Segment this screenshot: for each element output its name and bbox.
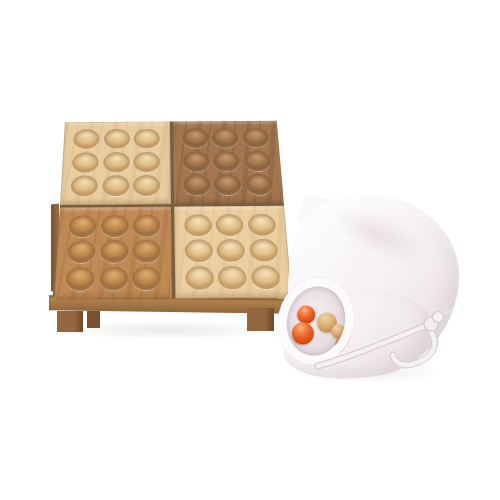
hole-bottom-left-r2c1[interactable] (67, 240, 96, 263)
hole-top-right-r3c1[interactable] (183, 175, 210, 196)
game-board (54, 121, 292, 300)
hole-bottom-left-r1c2[interactable] (101, 215, 129, 237)
hole-bottom-right-r1c2[interactable] (216, 214, 244, 236)
hole-top-left-r1c3[interactable] (134, 129, 160, 149)
hole-top-right-r1c3[interactable] (242, 128, 269, 148)
board-leg-back-left (87, 311, 100, 328)
hole-top-right-r2c1[interactable] (183, 151, 210, 171)
hole-top-right-r3c3[interactable] (245, 174, 273, 195)
hole-bottom-left-r1c1[interactable] (69, 215, 97, 237)
hole-bottom-left-r3c3[interactable] (132, 266, 160, 290)
hole-bottom-right-r1c3[interactable] (247, 213, 276, 235)
hole-bottom-left-r2c2[interactable] (100, 240, 128, 263)
hole-top-right-r2c3[interactable] (243, 151, 271, 171)
board-leg-front-right (247, 308, 274, 331)
product-photo-board-game (0, 0, 500, 500)
hole-top-left-r1c2[interactable] (104, 129, 130, 149)
hole-bottom-right-r2c3[interactable] (249, 239, 278, 262)
hole-top-left-r3c1[interactable] (71, 176, 99, 197)
hole-top-left-r1c1[interactable] (73, 129, 100, 149)
hole-top-right-r1c2[interactable] (212, 128, 239, 148)
hole-top-left-r2c1[interactable] (72, 152, 99, 172)
hole-bottom-right-r2c2[interactable] (217, 239, 246, 262)
hole-bottom-right-r3c1[interactable] (185, 266, 214, 290)
hole-top-right-r1c1[interactable] (182, 129, 208, 149)
quadrant-top-left[interactable] (60, 122, 170, 205)
hole-bottom-right-r1c1[interactable] (184, 214, 212, 236)
hole-bottom-left-r3c2[interactable] (99, 267, 128, 291)
hole-top-right-r3c2[interactable] (214, 175, 242, 196)
hole-top-left-r2c2[interactable] (103, 152, 130, 172)
hole-top-right-r2c2[interactable] (213, 151, 240, 171)
hole-bottom-right-r3c2[interactable] (218, 266, 247, 290)
hole-bottom-left-r1c3[interactable] (133, 214, 161, 236)
hole-top-left-r3c3[interactable] (133, 175, 160, 196)
hole-top-left-r3c2[interactable] (102, 175, 129, 196)
hole-bottom-left-r2c3[interactable] (133, 240, 161, 263)
quadrant-bottom-right[interactable] (174, 205, 292, 298)
hole-top-left-r2c3[interactable] (134, 152, 160, 172)
quadrant-bottom-left[interactable] (54, 206, 171, 299)
hole-bottom-right-r2c1[interactable] (184, 240, 212, 263)
quadrant-top-right[interactable] (172, 121, 284, 204)
board-leg-front-left (57, 311, 83, 332)
hole-bottom-right-r3c3[interactable] (251, 265, 281, 289)
hole-bottom-left-r3c1[interactable] (66, 267, 95, 291)
